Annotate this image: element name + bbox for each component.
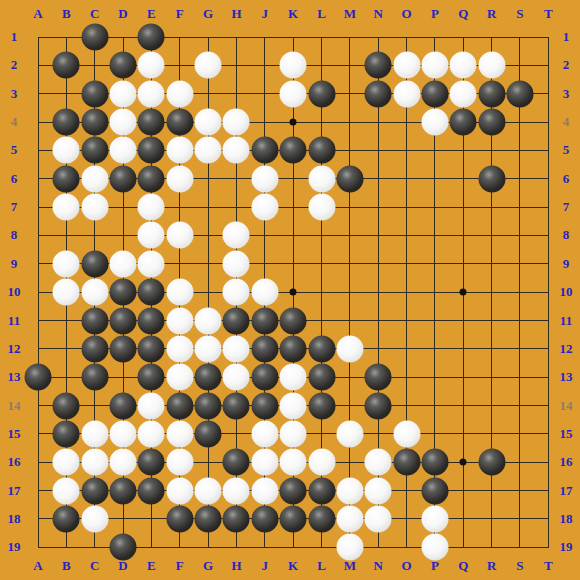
white-stone-B10 xyxy=(53,279,80,306)
grid-line-vertical xyxy=(519,37,520,548)
black-stone-D19 xyxy=(110,534,137,561)
white-stone-P19 xyxy=(421,534,448,561)
black-stone-N2 xyxy=(365,52,392,79)
white-stone-Q3 xyxy=(450,80,477,107)
black-stone-P16 xyxy=(421,449,448,476)
top-coordinate-label-Q: Q xyxy=(458,6,468,22)
black-stone-C13 xyxy=(81,364,108,391)
white-stone-E9 xyxy=(138,250,165,277)
black-stone-C1 xyxy=(81,24,108,51)
white-stone-G5 xyxy=(195,137,222,164)
white-stone-B16 xyxy=(53,449,80,476)
left-coordinate-label-19: 19 xyxy=(8,539,21,555)
white-stone-O2 xyxy=(393,52,420,79)
right-coordinate-label-3: 3 xyxy=(563,86,570,102)
left-coordinate-label-9: 9 xyxy=(11,256,18,272)
white-stone-D5 xyxy=(110,137,137,164)
top-coordinate-label-G: G xyxy=(203,6,213,22)
white-stone-M12 xyxy=(336,335,363,362)
white-stone-B17 xyxy=(53,477,80,504)
white-stone-M19 xyxy=(336,534,363,561)
bottom-coordinate-label-G: G xyxy=(203,558,213,574)
left-coordinate-label-8: 8 xyxy=(11,227,18,243)
black-stone-Q4 xyxy=(450,109,477,136)
black-stone-H18 xyxy=(223,505,250,532)
black-stone-L5 xyxy=(308,137,335,164)
left-coordinate-label-10: 10 xyxy=(8,284,21,300)
bottom-coordinate-label-J: J xyxy=(262,558,269,574)
white-stone-H12 xyxy=(223,335,250,362)
black-stone-N14 xyxy=(365,392,392,419)
white-stone-M17 xyxy=(336,477,363,504)
right-coordinate-label-18: 18 xyxy=(560,511,573,527)
white-stone-N18 xyxy=(365,505,392,532)
black-stone-C12 xyxy=(81,335,108,362)
black-stone-H14 xyxy=(223,392,250,419)
black-stone-O16 xyxy=(393,449,420,476)
black-stone-B14 xyxy=(53,392,80,419)
black-stone-M6 xyxy=(336,165,363,192)
bottom-coordinate-label-F: F xyxy=(176,558,184,574)
grid-line-horizontal xyxy=(38,37,549,38)
black-stone-E13 xyxy=(138,364,165,391)
black-stone-E4 xyxy=(138,109,165,136)
white-stone-C16 xyxy=(81,449,108,476)
black-stone-N3 xyxy=(365,80,392,107)
black-stone-C4 xyxy=(81,109,108,136)
white-stone-E2 xyxy=(138,52,165,79)
white-stone-M18 xyxy=(336,505,363,532)
black-stone-E16 xyxy=(138,449,165,476)
black-stone-D2 xyxy=(110,52,137,79)
black-stone-K18 xyxy=(280,505,307,532)
bottom-coordinate-label-S: S xyxy=(516,558,523,574)
bottom-coordinate-label-H: H xyxy=(231,558,241,574)
white-stone-E15 xyxy=(138,420,165,447)
top-coordinate-label-C: C xyxy=(90,6,99,22)
left-coordinate-label-7: 7 xyxy=(11,199,18,215)
black-stone-L13 xyxy=(308,364,335,391)
right-coordinate-label-8: 8 xyxy=(563,227,570,243)
right-coordinate-label-6: 6 xyxy=(563,171,570,187)
left-coordinate-label-6: 6 xyxy=(11,171,18,187)
bottom-coordinate-label-R: R xyxy=(487,558,496,574)
right-coordinate-label-4: 4 xyxy=(563,114,570,130)
white-stone-E7 xyxy=(138,194,165,221)
white-stone-C7 xyxy=(81,194,108,221)
right-coordinate-label-1: 1 xyxy=(563,29,570,45)
top-coordinate-label-M: M xyxy=(344,6,356,22)
left-coordinate-label-3: 3 xyxy=(11,86,18,102)
white-stone-H4 xyxy=(223,109,250,136)
right-coordinate-label-13: 13 xyxy=(560,369,573,385)
black-stone-F14 xyxy=(166,392,193,419)
white-stone-G12 xyxy=(195,335,222,362)
white-stone-H13 xyxy=(223,364,250,391)
white-stone-L7 xyxy=(308,194,335,221)
white-stone-N16 xyxy=(365,449,392,476)
right-coordinate-label-9: 9 xyxy=(563,256,570,272)
star-point-K4 xyxy=(290,119,297,126)
white-stone-J6 xyxy=(251,165,278,192)
black-stone-J14 xyxy=(251,392,278,419)
top-coordinate-label-K: K xyxy=(288,6,298,22)
white-stone-C18 xyxy=(81,505,108,532)
black-stone-G18 xyxy=(195,505,222,532)
black-stone-J5 xyxy=(251,137,278,164)
black-stone-P17 xyxy=(421,477,448,504)
left-coordinate-label-2: 2 xyxy=(11,57,18,73)
right-coordinate-label-17: 17 xyxy=(560,483,573,499)
black-stone-R6 xyxy=(478,165,505,192)
grid-line-horizontal xyxy=(38,207,549,208)
top-coordinate-label-R: R xyxy=(487,6,496,22)
black-stone-J18 xyxy=(251,505,278,532)
black-stone-S3 xyxy=(506,80,533,107)
black-stone-E12 xyxy=(138,335,165,362)
top-coordinate-label-J: J xyxy=(262,6,269,22)
black-stone-J12 xyxy=(251,335,278,362)
black-stone-C3 xyxy=(81,80,108,107)
bottom-coordinate-label-T: T xyxy=(544,558,553,574)
right-coordinate-label-5: 5 xyxy=(563,142,570,158)
black-stone-G13 xyxy=(195,364,222,391)
black-stone-K11 xyxy=(280,307,307,334)
black-stone-P3 xyxy=(421,80,448,107)
black-stone-F18 xyxy=(166,505,193,532)
white-stone-F11 xyxy=(166,307,193,334)
white-stone-E8 xyxy=(138,222,165,249)
top-coordinate-label-O: O xyxy=(401,6,411,22)
right-coordinate-label-19: 19 xyxy=(560,539,573,555)
white-stone-J10 xyxy=(251,279,278,306)
black-stone-L12 xyxy=(308,335,335,362)
black-stone-F4 xyxy=(166,109,193,136)
black-stone-C17 xyxy=(81,477,108,504)
white-stone-Q2 xyxy=(450,52,477,79)
black-stone-B15 xyxy=(53,420,80,447)
black-stone-B2 xyxy=(53,52,80,79)
white-stone-B9 xyxy=(53,250,80,277)
white-stone-D3 xyxy=(110,80,137,107)
right-coordinate-label-16: 16 xyxy=(560,454,573,470)
grid-line-horizontal xyxy=(38,235,549,236)
left-coordinate-label-14: 14 xyxy=(8,398,21,414)
black-stone-L14 xyxy=(308,392,335,419)
white-stone-B7 xyxy=(53,194,80,221)
white-stone-F10 xyxy=(166,279,193,306)
black-stone-K12 xyxy=(280,335,307,362)
black-stone-R4 xyxy=(478,109,505,136)
black-stone-E1 xyxy=(138,24,165,51)
white-stone-K13 xyxy=(280,364,307,391)
white-stone-J16 xyxy=(251,449,278,476)
black-stone-K17 xyxy=(280,477,307,504)
bottom-coordinate-label-B: B xyxy=(62,558,71,574)
white-stone-F17 xyxy=(166,477,193,504)
white-stone-C10 xyxy=(81,279,108,306)
right-coordinate-label-11: 11 xyxy=(560,313,572,329)
white-stone-O15 xyxy=(393,420,420,447)
black-stone-E17 xyxy=(138,477,165,504)
white-stone-D9 xyxy=(110,250,137,277)
white-stone-H8 xyxy=(223,222,250,249)
bottom-coordinate-label-N: N xyxy=(373,558,382,574)
black-stone-G15 xyxy=(195,420,222,447)
bottom-coordinate-label-Q: Q xyxy=(458,558,468,574)
white-stone-R2 xyxy=(478,52,505,79)
black-stone-K5 xyxy=(280,137,307,164)
bottom-coordinate-label-A: A xyxy=(33,558,42,574)
black-stone-B4 xyxy=(53,109,80,136)
white-stone-H9 xyxy=(223,250,250,277)
white-stone-G11 xyxy=(195,307,222,334)
right-coordinate-label-10: 10 xyxy=(560,284,573,300)
white-stone-B5 xyxy=(53,137,80,164)
top-coordinate-label-N: N xyxy=(373,6,382,22)
bottom-coordinate-label-O: O xyxy=(401,558,411,574)
left-coordinate-label-12: 12 xyxy=(8,341,21,357)
black-stone-L3 xyxy=(308,80,335,107)
star-point-Q10 xyxy=(460,289,467,296)
white-stone-H5 xyxy=(223,137,250,164)
black-stone-E6 xyxy=(138,165,165,192)
left-coordinate-label-16: 16 xyxy=(8,454,21,470)
white-stone-H10 xyxy=(223,279,250,306)
black-stone-D10 xyxy=(110,279,137,306)
white-stone-P4 xyxy=(421,109,448,136)
black-stone-B6 xyxy=(53,165,80,192)
white-stone-O3 xyxy=(393,80,420,107)
left-coordinate-label-17: 17 xyxy=(8,483,21,499)
black-stone-C9 xyxy=(81,250,108,277)
white-stone-M15 xyxy=(336,420,363,447)
black-stone-E5 xyxy=(138,137,165,164)
bottom-coordinate-label-L: L xyxy=(317,558,326,574)
black-stone-C11 xyxy=(81,307,108,334)
black-stone-H11 xyxy=(223,307,250,334)
top-coordinate-label-L: L xyxy=(317,6,326,22)
left-coordinate-label-11: 11 xyxy=(8,313,20,329)
black-stone-J13 xyxy=(251,364,278,391)
black-stone-N13 xyxy=(365,364,392,391)
white-stone-H17 xyxy=(223,477,250,504)
grid-line-vertical xyxy=(349,37,350,548)
white-stone-J7 xyxy=(251,194,278,221)
top-coordinate-label-E: E xyxy=(147,6,156,22)
black-stone-R16 xyxy=(478,449,505,476)
black-stone-H16 xyxy=(223,449,250,476)
white-stone-K3 xyxy=(280,80,307,107)
right-coordinate-label-2: 2 xyxy=(563,57,570,73)
black-stone-B18 xyxy=(53,505,80,532)
black-stone-E10 xyxy=(138,279,165,306)
right-coordinate-label-14: 14 xyxy=(560,398,573,414)
white-stone-J17 xyxy=(251,477,278,504)
left-coordinate-label-15: 15 xyxy=(8,426,21,442)
black-stone-D17 xyxy=(110,477,137,504)
white-stone-D16 xyxy=(110,449,137,476)
white-stone-L6 xyxy=(308,165,335,192)
black-stone-L17 xyxy=(308,477,335,504)
black-stone-A13 xyxy=(25,364,52,391)
top-coordinate-label-P: P xyxy=(431,6,439,22)
grid-line-vertical xyxy=(548,37,549,548)
white-stone-C6 xyxy=(81,165,108,192)
top-coordinate-label-D: D xyxy=(118,6,127,22)
white-stone-P18 xyxy=(421,505,448,532)
white-stone-F16 xyxy=(166,449,193,476)
black-stone-L18 xyxy=(308,505,335,532)
top-coordinate-label-T: T xyxy=(544,6,553,22)
white-stone-E14 xyxy=(138,392,165,419)
top-coordinate-label-F: F xyxy=(176,6,184,22)
black-stone-C5 xyxy=(81,137,108,164)
white-stone-D4 xyxy=(110,109,137,136)
white-stone-F13 xyxy=(166,364,193,391)
black-stone-D14 xyxy=(110,392,137,419)
left-coordinate-label-5: 5 xyxy=(11,142,18,158)
white-stone-G2 xyxy=(195,52,222,79)
grid-line-vertical xyxy=(38,37,39,548)
white-stone-K14 xyxy=(280,392,307,419)
bottom-coordinate-label-E: E xyxy=(147,558,156,574)
bottom-coordinate-label-C: C xyxy=(90,558,99,574)
white-stone-E3 xyxy=(138,80,165,107)
white-stone-F15 xyxy=(166,420,193,447)
right-coordinate-label-15: 15 xyxy=(560,426,573,442)
white-stone-K15 xyxy=(280,420,307,447)
star-point-Q16 xyxy=(460,459,467,466)
white-stone-K2 xyxy=(280,52,307,79)
go-board[interactable]: AABBCCDDEEFFGGHHJJKKLLMMNNOOPPQQRRSSTT11… xyxy=(0,0,580,580)
white-stone-G17 xyxy=(195,477,222,504)
right-coordinate-label-7: 7 xyxy=(563,199,570,215)
white-stone-N17 xyxy=(365,477,392,504)
white-stone-K16 xyxy=(280,449,307,476)
left-coordinate-label-1: 1 xyxy=(11,29,18,45)
top-coordinate-label-A: A xyxy=(33,6,42,22)
black-stone-E11 xyxy=(138,307,165,334)
white-stone-D15 xyxy=(110,420,137,447)
white-stone-P2 xyxy=(421,52,448,79)
top-coordinate-label-B: B xyxy=(62,6,71,22)
black-stone-D11 xyxy=(110,307,137,334)
top-coordinate-label-H: H xyxy=(231,6,241,22)
white-stone-F12 xyxy=(166,335,193,362)
top-coordinate-label-S: S xyxy=(516,6,523,22)
white-stone-F5 xyxy=(166,137,193,164)
black-stone-J11 xyxy=(251,307,278,334)
white-stone-L16 xyxy=(308,449,335,476)
right-coordinate-label-12: 12 xyxy=(560,341,573,357)
white-stone-G4 xyxy=(195,109,222,136)
left-coordinate-label-13: 13 xyxy=(8,369,21,385)
black-stone-D6 xyxy=(110,165,137,192)
white-stone-J15 xyxy=(251,420,278,447)
white-stone-F3 xyxy=(166,80,193,107)
black-stone-D12 xyxy=(110,335,137,362)
bottom-coordinate-label-K: K xyxy=(288,558,298,574)
black-stone-R3 xyxy=(478,80,505,107)
white-stone-F8 xyxy=(166,222,193,249)
star-point-K10 xyxy=(290,289,297,296)
white-stone-F6 xyxy=(166,165,193,192)
white-stone-C15 xyxy=(81,420,108,447)
left-coordinate-label-18: 18 xyxy=(8,511,21,527)
black-stone-G14 xyxy=(195,392,222,419)
left-coordinate-label-4: 4 xyxy=(11,114,18,130)
